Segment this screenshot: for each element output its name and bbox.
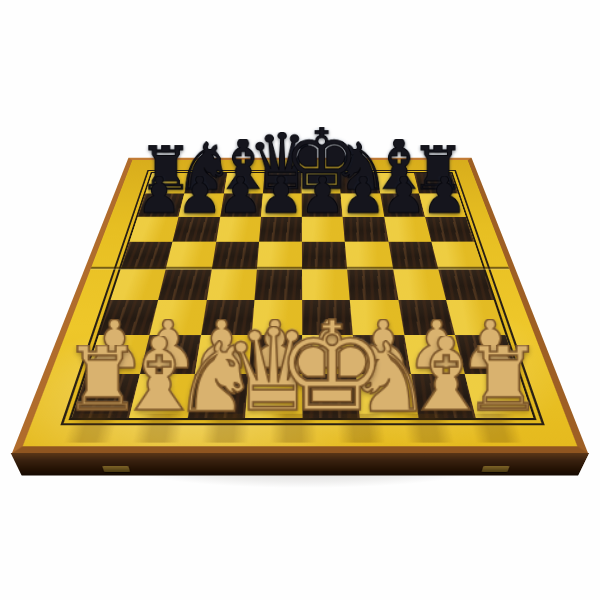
piece-white-bishop-b1[interactable]: ♝ (113, 336, 204, 415)
square-f7[interactable]: ♟ (341, 194, 384, 217)
piece-black-pawn-b7[interactable]: ♟ (177, 175, 222, 214)
photo-stage: ♜♞♝♛♚♞♝♜♟♟♟♟♟♟♟♟♟♟♟♟♟♟♟♟♜♝♞♛♚♞♝♜ (0, 0, 600, 600)
square-g1[interactable]: ♝ (410, 374, 475, 418)
square-g6[interactable] (384, 216, 431, 241)
square-g4[interactable] (393, 269, 446, 300)
square-b4[interactable] (158, 269, 211, 300)
board-face: ♜♞♝♛♚♞♝♜♟♟♟♟♟♟♟♟♟♟♟♟♟♟♟♟♜♝♞♛♚♞♝♜ (12, 158, 588, 453)
square-d7[interactable]: ♟ (261, 194, 302, 217)
square-a4[interactable] (110, 269, 165, 300)
piece-white-bishop-g1[interactable]: ♝ (401, 336, 492, 415)
piece-black-pawn-g7[interactable]: ♟ (381, 175, 426, 214)
piece-shadows-on-apron (56, 414, 545, 443)
play-area: ♜♞♝♛♚♞♝♜♟♟♟♟♟♟♟♟♟♟♟♟♟♟♟♟♜♝♞♛♚♞♝♜ (69, 172, 537, 420)
piece-black-pawn-c7[interactable]: ♟ (218, 175, 263, 214)
square-b6[interactable] (173, 216, 220, 241)
folding-board: ♜♞♝♛♚♞♝♜♟♟♟♟♟♟♟♟♟♟♟♟♟♟♟♟♜♝♞♛♚♞♝♜ (12, 158, 588, 453)
square-d5[interactable] (257, 242, 302, 270)
left-clasp-hinge (102, 466, 130, 472)
square-h7[interactable]: ♟ (419, 194, 466, 217)
box-front-side (11, 453, 590, 476)
square-h4[interactable] (438, 269, 494, 300)
square-c4[interactable] (206, 269, 256, 300)
right-clasp-hinge (481, 466, 509, 472)
square-h6[interactable] (425, 216, 474, 241)
square-e5[interactable] (302, 242, 347, 270)
piece-black-pawn-f7[interactable]: ♟ (340, 175, 385, 214)
square-f5[interactable] (345, 242, 393, 270)
square-c6[interactable] (216, 216, 261, 241)
square-f6[interactable] (343, 216, 388, 241)
square-e7[interactable]: ♟ (302, 194, 343, 217)
square-c5[interactable] (211, 242, 259, 270)
square-e6[interactable] (302, 216, 345, 241)
square-a5[interactable] (121, 242, 173, 270)
square-c7[interactable]: ♟ (220, 194, 263, 217)
chess-set: ♜♞♝♛♚♞♝♜♟♟♟♟♟♟♟♟♟♟♟♟♟♟♟♟♜♝♞♛♚♞♝♜ (85, 53, 515, 483)
square-g7[interactable]: ♟ (380, 194, 425, 217)
piece-black-pawn-d7[interactable]: ♟ (259, 175, 304, 214)
piece-black-pawn-e7[interactable]: ♟ (300, 175, 345, 214)
square-e1[interactable]: ♚ (302, 374, 360, 418)
piece-black-pawn-h7[interactable]: ♟ (422, 175, 467, 214)
square-h5[interactable] (431, 242, 483, 270)
square-a6[interactable] (130, 216, 179, 241)
piece-black-pawn-a7[interactable]: ♟ (136, 175, 181, 214)
square-b5[interactable] (166, 242, 216, 270)
square-g5[interactable] (388, 242, 438, 270)
piece-white-king-e1[interactable]: ♚ (275, 318, 387, 415)
square-d6[interactable] (259, 216, 302, 241)
square-b1[interactable]: ♝ (129, 374, 194, 418)
